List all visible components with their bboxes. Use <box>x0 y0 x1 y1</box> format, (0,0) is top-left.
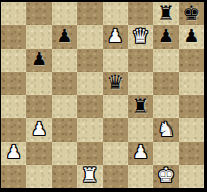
square-g8[interactable]: ♜ <box>153 2 178 25</box>
square-b4[interactable] <box>26 95 51 118</box>
square-c8[interactable] <box>52 2 77 25</box>
square-b6[interactable]: ♟ <box>26 49 51 72</box>
square-d7[interactable] <box>77 25 102 48</box>
square-e3[interactable] <box>103 118 128 141</box>
square-h6[interactable] <box>179 49 204 72</box>
square-d8[interactable] <box>77 2 102 25</box>
piece-black-rook[interactable]: ♜ <box>132 96 150 116</box>
piece-white-pawn[interactable]: ♟ <box>107 27 123 45</box>
square-c4[interactable] <box>52 95 77 118</box>
square-h7[interactable]: ♟ <box>179 25 204 48</box>
square-g2[interactable] <box>153 142 178 165</box>
square-b3[interactable]: ♟ <box>26 118 51 141</box>
square-e7[interactable]: ♟ <box>103 25 128 48</box>
piece-black-rook[interactable]: ♜ <box>157 3 175 23</box>
square-d4[interactable] <box>77 95 102 118</box>
square-c3[interactable] <box>52 118 77 141</box>
square-e6[interactable] <box>103 49 128 72</box>
square-f2[interactable]: ♟ <box>128 142 153 165</box>
square-d6[interactable] <box>77 49 102 72</box>
square-g6[interactable] <box>153 49 178 72</box>
square-g3[interactable]: ♞ <box>153 118 178 141</box>
board-frame: ♜♚♟♟♛♟♟♟♛♜♟♞♟♟♜♚ <box>0 0 207 192</box>
square-e8[interactable] <box>103 2 128 25</box>
square-g1[interactable]: ♚ <box>153 165 178 188</box>
piece-white-pawn[interactable]: ♟ <box>132 143 148 161</box>
square-f8[interactable] <box>128 2 153 25</box>
square-a6[interactable] <box>1 49 26 72</box>
square-c6[interactable] <box>52 49 77 72</box>
square-d5[interactable] <box>77 72 102 95</box>
square-a8[interactable] <box>1 2 26 25</box>
square-g5[interactable] <box>153 72 178 95</box>
square-h3[interactable] <box>179 118 204 141</box>
square-f3[interactable] <box>128 118 153 141</box>
piece-white-king[interactable]: ♚ <box>157 165 175 185</box>
square-c2[interactable] <box>52 142 77 165</box>
square-e5[interactable]: ♛ <box>103 72 128 95</box>
square-b5[interactable] <box>26 72 51 95</box>
square-b1[interactable] <box>26 165 51 188</box>
piece-black-pawn[interactable]: ♟ <box>158 27 174 45</box>
square-c7[interactable]: ♟ <box>52 25 77 48</box>
square-b7[interactable] <box>26 25 51 48</box>
square-f1[interactable] <box>128 165 153 188</box>
square-f5[interactable] <box>128 72 153 95</box>
square-d2[interactable] <box>77 142 102 165</box>
square-a2[interactable]: ♟ <box>1 142 26 165</box>
square-e4[interactable] <box>103 95 128 118</box>
square-h4[interactable] <box>179 95 204 118</box>
square-h5[interactable] <box>179 72 204 95</box>
square-h1[interactable] <box>179 165 204 188</box>
square-g7[interactable]: ♟ <box>153 25 178 48</box>
square-a1[interactable] <box>1 165 26 188</box>
square-c5[interactable] <box>52 72 77 95</box>
square-c1[interactable] <box>52 165 77 188</box>
square-a5[interactable] <box>1 72 26 95</box>
square-b8[interactable] <box>26 2 51 25</box>
square-d1[interactable]: ♜ <box>77 165 102 188</box>
square-a4[interactable] <box>1 95 26 118</box>
piece-white-pawn[interactable]: ♟ <box>6 143 22 161</box>
square-a7[interactable] <box>1 25 26 48</box>
piece-black-queen[interactable]: ♛ <box>106 72 124 92</box>
square-g4[interactable] <box>153 95 178 118</box>
square-b2[interactable] <box>26 142 51 165</box>
square-h2[interactable] <box>179 142 204 165</box>
piece-white-pawn[interactable]: ♟ <box>31 120 47 138</box>
piece-white-knight[interactable]: ♞ <box>157 119 175 139</box>
piece-white-queen[interactable]: ♛ <box>132 26 150 46</box>
square-e1[interactable] <box>103 165 128 188</box>
square-e2[interactable] <box>103 142 128 165</box>
square-a3[interactable] <box>1 118 26 141</box>
piece-black-king[interactable]: ♚ <box>182 3 200 23</box>
piece-white-rook[interactable]: ♜ <box>81 165 99 185</box>
chess-board: ♜♚♟♟♛♟♟♟♛♜♟♞♟♟♜♚ <box>1 2 204 188</box>
square-f6[interactable] <box>128 49 153 72</box>
square-f4[interactable]: ♜ <box>128 95 153 118</box>
piece-black-pawn[interactable]: ♟ <box>56 27 72 45</box>
square-d3[interactable] <box>77 118 102 141</box>
square-f7[interactable]: ♛ <box>128 25 153 48</box>
square-h8[interactable]: ♚ <box>179 2 204 25</box>
piece-black-pawn[interactable]: ♟ <box>31 50 47 68</box>
piece-black-pawn[interactable]: ♟ <box>183 27 199 45</box>
